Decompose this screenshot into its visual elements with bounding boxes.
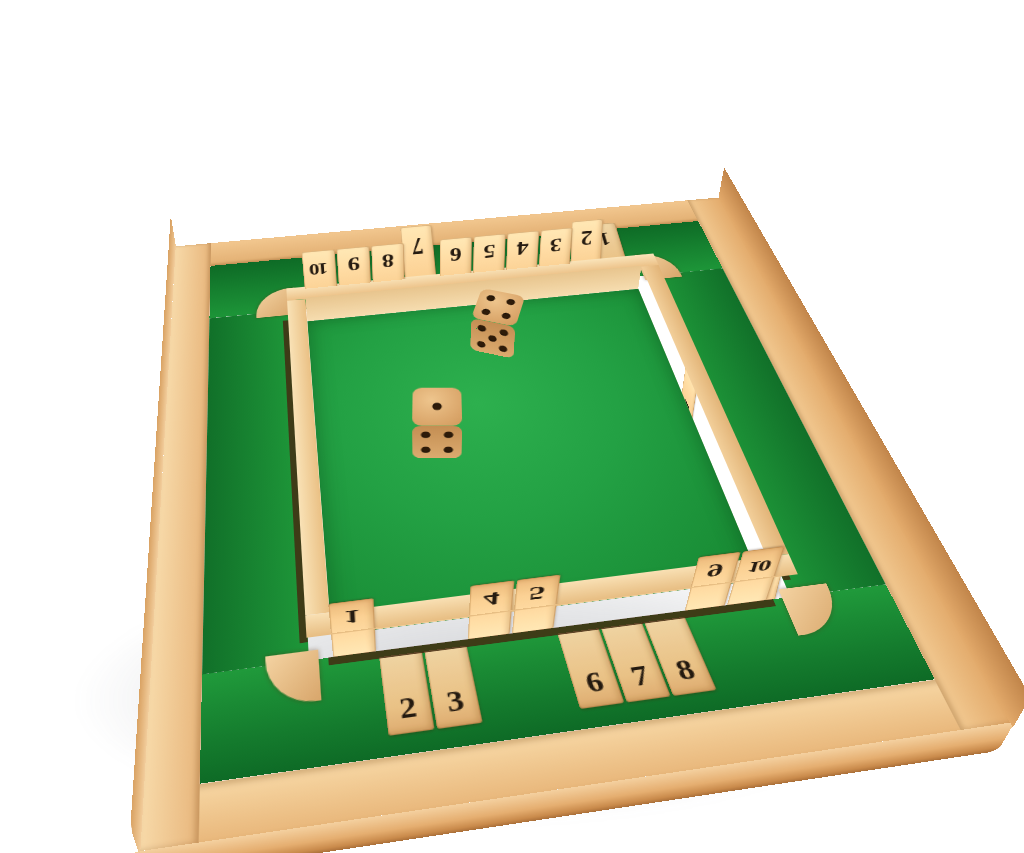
tile-south-5[interactable]: 5 (512, 575, 561, 634)
near-die[interactable] (413, 420, 462, 458)
tile-number: 4 (469, 582, 514, 612)
die-top-face-1 (412, 388, 462, 426)
tile-number: 10 (302, 251, 337, 279)
product-photo-stage: 12345678910 12345678910 12345678910 1234… (0, 0, 1024, 853)
tile-south-4[interactable]: 4 (468, 580, 515, 639)
die-pip (498, 345, 507, 353)
tile-number: 3 (430, 683, 482, 727)
die-pip (478, 340, 486, 348)
tile-number: 2 (571, 220, 603, 250)
die-pip (481, 308, 491, 315)
tile-number: 6 (440, 238, 472, 266)
tile-number: 5 (514, 576, 560, 606)
die-pip (443, 432, 452, 438)
tile-number: 7 (400, 226, 434, 260)
tile-number: 1 (328, 600, 374, 630)
die-pip (421, 432, 430, 438)
die-pip (486, 295, 496, 302)
die-pip (488, 335, 496, 343)
die-pip (443, 446, 452, 452)
die-pip (478, 325, 486, 333)
die-pip (432, 403, 441, 410)
shut-the-box-board: 12345678910 12345678910 12345678910 1234… (140, 197, 1010, 851)
die-pip (505, 299, 515, 306)
tile-number: 4 (506, 232, 539, 260)
die-pip (499, 329, 508, 337)
tile-number: 2 (384, 689, 435, 734)
die-pip (422, 446, 431, 452)
tile-south-1[interactable]: 1 (328, 598, 376, 657)
tile-number: 3 (539, 229, 572, 257)
scene: 12345678910 12345678910 12345678910 1234… (0, 0, 1024, 853)
tile-number: 9 (337, 248, 371, 276)
tile-number: 8 (371, 244, 404, 272)
tile-number: 5 (473, 235, 505, 263)
die-pip (501, 312, 511, 319)
die-front-face-4 (412, 426, 462, 459)
